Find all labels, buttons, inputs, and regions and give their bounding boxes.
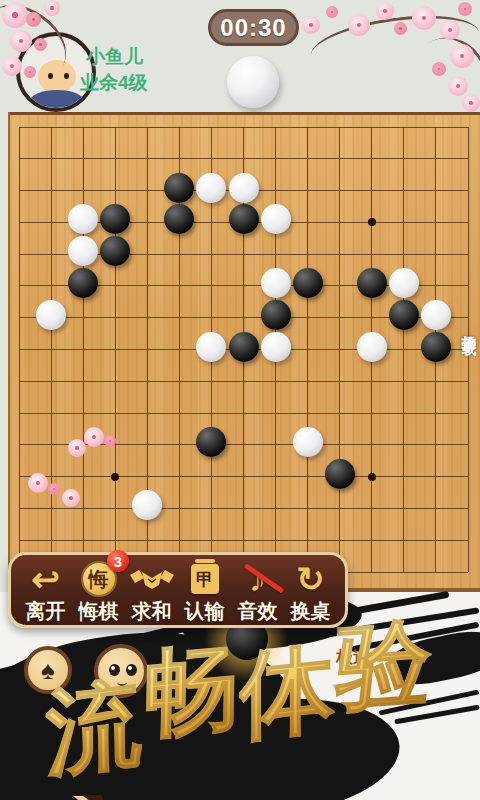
white-stone bbox=[229, 173, 259, 203]
black-stone bbox=[389, 300, 419, 330]
star-point bbox=[368, 473, 376, 481]
white-stone bbox=[132, 490, 162, 520]
black-stone bbox=[293, 268, 323, 298]
black-stone bbox=[164, 173, 194, 203]
white-stone bbox=[196, 173, 226, 203]
black-stone bbox=[421, 332, 451, 362]
black-stone bbox=[164, 204, 194, 234]
white-stone bbox=[261, 268, 291, 298]
undo-button[interactable]: 悔 3 悔棋 bbox=[72, 558, 125, 622]
white-stone bbox=[421, 300, 451, 330]
gomoku-board[interactable] bbox=[8, 112, 480, 592]
player-rank: 业余4级 bbox=[80, 70, 148, 96]
avatar-clothes bbox=[30, 90, 84, 112]
star-point bbox=[368, 218, 376, 226]
white-stone bbox=[293, 427, 323, 457]
avatar-eye bbox=[48, 73, 53, 79]
avatar-eye bbox=[64, 73, 69, 79]
move-timer: 00:30 bbox=[208, 9, 299, 46]
board-grid bbox=[19, 127, 468, 572]
game-screen: 小鱼儿 业余4级 00:30 bbox=[0, 0, 480, 800]
sound-toggle-button[interactable]: ♪ 音效 bbox=[231, 558, 284, 622]
black-stone bbox=[261, 300, 291, 330]
draw-offer-button[interactable]: 求和 bbox=[125, 558, 178, 622]
black-stone bbox=[325, 459, 355, 489]
avatar-face bbox=[38, 60, 76, 93]
white-stone bbox=[68, 204, 98, 234]
white-stone bbox=[261, 332, 291, 362]
black-stone bbox=[229, 332, 259, 362]
white-stone bbox=[68, 236, 98, 266]
white-stone bbox=[357, 332, 387, 362]
watermark-vertical: 扬华下载 YANGHUA.NET bbox=[459, 323, 480, 392]
return-arrow-icon: ↩ bbox=[31, 562, 60, 596]
board-top-edge bbox=[10, 112, 480, 115]
player-name: 小鱼儿 bbox=[86, 44, 143, 70]
white-stone bbox=[261, 204, 291, 234]
white-stone bbox=[389, 268, 419, 298]
black-stone bbox=[229, 204, 259, 234]
handshake-icon bbox=[128, 558, 176, 600]
game-toolbar: ↩ 离开 悔 3 悔棋 求和 甲 认 bbox=[8, 552, 348, 628]
refresh-arrows-icon: ↻ bbox=[296, 562, 325, 596]
black-stone bbox=[196, 427, 226, 457]
black-stone bbox=[68, 268, 98, 298]
banner-headline: 流畅体验 bbox=[0, 613, 480, 735]
star-point bbox=[111, 473, 119, 481]
white-stone bbox=[196, 332, 226, 362]
black-stone bbox=[357, 268, 387, 298]
cherry-blossom-decoration bbox=[290, 0, 480, 118]
leave-button[interactable]: ↩ 离开 bbox=[19, 558, 72, 622]
resign-button[interactable]: 甲 认输 bbox=[178, 558, 231, 622]
surrender-banner-icon: 甲 bbox=[191, 564, 219, 594]
black-stone bbox=[100, 236, 130, 266]
black-stone bbox=[100, 204, 130, 234]
change-table-button[interactable]: ↻ 换桌 bbox=[284, 558, 337, 622]
watermark-vertical-text: 扬华下载 bbox=[459, 323, 478, 392]
turn-indicator-white-stone bbox=[227, 56, 279, 108]
white-stone bbox=[36, 300, 66, 330]
undo-count-badge: 3 bbox=[107, 550, 129, 572]
